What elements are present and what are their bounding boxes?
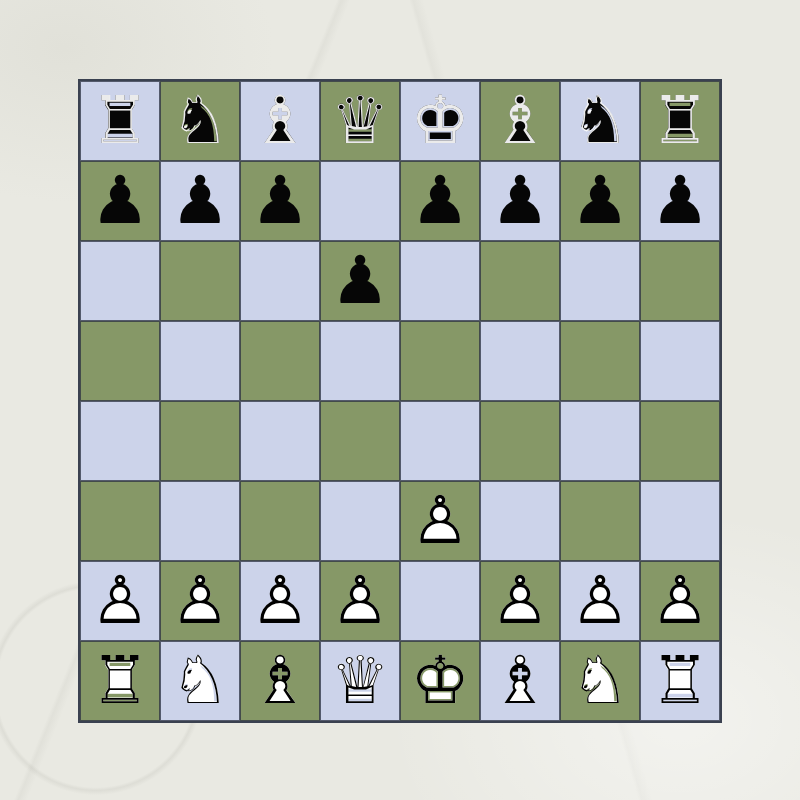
square-g3[interactable] bbox=[560, 481, 640, 561]
square-e4[interactable] bbox=[400, 401, 480, 481]
square-h4[interactable] bbox=[640, 401, 720, 481]
square-d7[interactable] bbox=[320, 161, 400, 241]
square-f5[interactable] bbox=[480, 321, 560, 401]
square-f7[interactable]: ♟ bbox=[480, 161, 560, 241]
square-g5[interactable] bbox=[560, 321, 640, 401]
square-g7[interactable]: ♟ bbox=[560, 161, 640, 241]
chess-board: ♜♖♞♘♝♗♛♕♚♔♝♗♞♘♜♖♟♟♟♟♟♟♟♟♟♙♟♙♟♙♟♙♟♙♟♙♟♙♟♙… bbox=[78, 79, 722, 723]
square-b6[interactable] bbox=[160, 241, 240, 321]
square-a1[interactable]: ♜♖ bbox=[80, 641, 160, 721]
square-e6[interactable] bbox=[400, 241, 480, 321]
square-h2[interactable]: ♟♙ bbox=[640, 561, 720, 641]
square-g6[interactable] bbox=[560, 241, 640, 321]
square-d3[interactable] bbox=[320, 481, 400, 561]
white-queen-icon: ♛♕ bbox=[320, 641, 400, 721]
black-rook-icon: ♜♖ bbox=[640, 81, 720, 161]
white-knight-icon: ♞♘ bbox=[560, 641, 640, 721]
black-knight-icon: ♞♘ bbox=[160, 81, 240, 161]
square-h7[interactable]: ♟ bbox=[640, 161, 720, 241]
square-d4[interactable] bbox=[320, 401, 400, 481]
square-e5[interactable] bbox=[400, 321, 480, 401]
black-bishop-icon: ♝♗ bbox=[480, 81, 560, 161]
square-g4[interactable] bbox=[560, 401, 640, 481]
square-b7[interactable]: ♟ bbox=[160, 161, 240, 241]
square-d6[interactable]: ♟ bbox=[320, 241, 400, 321]
square-c3[interactable] bbox=[240, 481, 320, 561]
white-pawn-icon: ♟♙ bbox=[80, 561, 160, 641]
white-pawn-icon: ♟♙ bbox=[480, 561, 560, 641]
square-f3[interactable] bbox=[480, 481, 560, 561]
square-a3[interactable] bbox=[80, 481, 160, 561]
square-a4[interactable] bbox=[80, 401, 160, 481]
square-g1[interactable]: ♞♘ bbox=[560, 641, 640, 721]
white-pawn-icon: ♟♙ bbox=[400, 481, 480, 561]
square-b4[interactable] bbox=[160, 401, 240, 481]
square-d2[interactable]: ♟♙ bbox=[320, 561, 400, 641]
black-pawn-icon: ♟ bbox=[400, 161, 480, 241]
black-pawn-icon: ♟ bbox=[320, 241, 400, 321]
square-f1[interactable]: ♝♗ bbox=[480, 641, 560, 721]
white-knight-icon: ♞♘ bbox=[160, 641, 240, 721]
square-a2[interactable]: ♟♙ bbox=[80, 561, 160, 641]
black-rook-icon: ♜♖ bbox=[80, 81, 160, 161]
square-f2[interactable]: ♟♙ bbox=[480, 561, 560, 641]
square-h1[interactable]: ♜♖ bbox=[640, 641, 720, 721]
square-g8[interactable]: ♞♘ bbox=[560, 81, 640, 161]
square-c4[interactable] bbox=[240, 401, 320, 481]
black-pawn-icon: ♟ bbox=[80, 161, 160, 241]
square-c2[interactable]: ♟♙ bbox=[240, 561, 320, 641]
square-b5[interactable] bbox=[160, 321, 240, 401]
square-e8[interactable]: ♚♔ bbox=[400, 81, 480, 161]
white-rook-icon: ♜♖ bbox=[80, 641, 160, 721]
square-e3[interactable]: ♟♙ bbox=[400, 481, 480, 561]
square-b3[interactable] bbox=[160, 481, 240, 561]
square-d5[interactable] bbox=[320, 321, 400, 401]
black-queen-icon: ♛♕ bbox=[320, 81, 400, 161]
square-a5[interactable] bbox=[80, 321, 160, 401]
square-g2[interactable]: ♟♙ bbox=[560, 561, 640, 641]
page-background: { "game": "chess", "position": { "fen": … bbox=[0, 0, 800, 800]
square-b1[interactable]: ♞♘ bbox=[160, 641, 240, 721]
square-f8[interactable]: ♝♗ bbox=[480, 81, 560, 161]
white-bishop-icon: ♝♗ bbox=[240, 641, 320, 721]
square-c1[interactable]: ♝♗ bbox=[240, 641, 320, 721]
white-pawn-icon: ♟♙ bbox=[640, 561, 720, 641]
black-king-icon: ♚♔ bbox=[400, 81, 480, 161]
white-pawn-icon: ♟♙ bbox=[560, 561, 640, 641]
square-e2[interactable] bbox=[400, 561, 480, 641]
square-b8[interactable]: ♞♘ bbox=[160, 81, 240, 161]
square-h8[interactable]: ♜♖ bbox=[640, 81, 720, 161]
square-c6[interactable] bbox=[240, 241, 320, 321]
black-bishop-icon: ♝♗ bbox=[240, 81, 320, 161]
white-king-icon: ♚♔ bbox=[400, 641, 480, 721]
white-rook-icon: ♜♖ bbox=[640, 641, 720, 721]
white-pawn-icon: ♟♙ bbox=[240, 561, 320, 641]
square-d8[interactable]: ♛♕ bbox=[320, 81, 400, 161]
square-e1[interactable]: ♚♔ bbox=[400, 641, 480, 721]
black-pawn-icon: ♟ bbox=[560, 161, 640, 241]
square-a7[interactable]: ♟ bbox=[80, 161, 160, 241]
square-c8[interactable]: ♝♗ bbox=[240, 81, 320, 161]
white-pawn-icon: ♟♙ bbox=[160, 561, 240, 641]
square-c5[interactable] bbox=[240, 321, 320, 401]
square-a8[interactable]: ♜♖ bbox=[80, 81, 160, 161]
square-f4[interactable] bbox=[480, 401, 560, 481]
square-d1[interactable]: ♛♕ bbox=[320, 641, 400, 721]
square-c7[interactable]: ♟ bbox=[240, 161, 320, 241]
square-f6[interactable] bbox=[480, 241, 560, 321]
square-e7[interactable]: ♟ bbox=[400, 161, 480, 241]
black-pawn-icon: ♟ bbox=[640, 161, 720, 241]
square-b2[interactable]: ♟♙ bbox=[160, 561, 240, 641]
white-bishop-icon: ♝♗ bbox=[480, 641, 560, 721]
black-pawn-icon: ♟ bbox=[160, 161, 240, 241]
square-a6[interactable] bbox=[80, 241, 160, 321]
black-pawn-icon: ♟ bbox=[480, 161, 560, 241]
square-h6[interactable] bbox=[640, 241, 720, 321]
black-knight-icon: ♞♘ bbox=[560, 81, 640, 161]
square-h3[interactable] bbox=[640, 481, 720, 561]
white-pawn-icon: ♟♙ bbox=[320, 561, 400, 641]
square-h5[interactable] bbox=[640, 321, 720, 401]
black-pawn-icon: ♟ bbox=[240, 161, 320, 241]
